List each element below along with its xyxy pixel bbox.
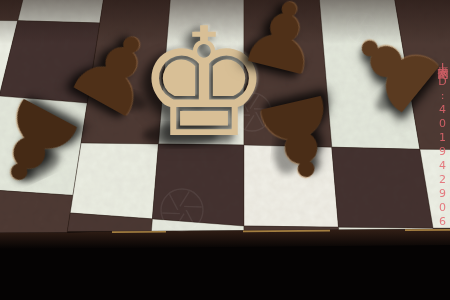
piece-shadow	[143, 124, 219, 146]
top-vignette	[0, 0, 450, 44]
chess-photo-scene: ♚♟♟♟♟♟ 摄图网ID:401942906	[0, 0, 450, 300]
gold-board-edge-line	[243, 231, 330, 232]
chessboard	[0, 0, 450, 300]
